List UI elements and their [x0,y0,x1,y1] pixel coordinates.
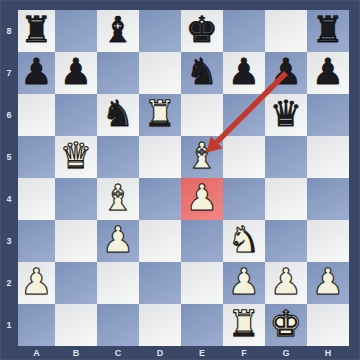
square-c8[interactable]: ♝ [97,10,139,52]
square-h2[interactable]: ♟ [307,262,349,304]
white-bishop[interactable]: ♝ [102,180,134,216]
square-d4[interactable] [139,178,181,220]
square-h7[interactable]: ♟ [307,52,349,94]
file-label-f: F [223,346,265,360]
white-pawn[interactable]: ♟ [312,264,344,300]
file-label-c: C [97,346,139,360]
black-queen[interactable]: ♛ [270,96,302,132]
black-king[interactable]: ♚ [186,12,218,48]
rank-label-5: 5 [0,136,18,178]
black-pawn[interactable]: ♟ [60,54,92,90]
square-b2[interactable] [55,262,97,304]
black-knight[interactable]: ♞ [102,96,134,132]
file-label-a: A [18,346,55,360]
square-e1[interactable] [181,304,223,346]
square-b1[interactable] [55,304,97,346]
rank-labels: 8 7 6 5 4 3 2 1 [0,10,18,346]
square-f1[interactable]: ♜ [223,304,265,346]
square-h4[interactable] [307,178,349,220]
chess-board[interactable]: ♜♝♚♜♟♟♞♟♟♟♞♜♛♛♝♝♟♟♞♟♟♟♟♜♚ [18,10,349,346]
black-pawn[interactable]: ♟ [20,54,52,90]
square-a8[interactable]: ♜ [18,10,55,52]
rank-label-3: 3 [0,220,18,262]
square-b7[interactable]: ♟ [55,52,97,94]
square-h1[interactable] [307,304,349,346]
square-g4[interactable] [265,178,307,220]
square-c1[interactable] [97,304,139,346]
square-d1[interactable] [139,304,181,346]
square-f2[interactable]: ♟ [223,262,265,304]
square-b8[interactable] [55,10,97,52]
square-f3[interactable]: ♞ [223,220,265,262]
file-label-d: D [139,346,181,360]
square-c2[interactable] [97,262,139,304]
square-e2[interactable] [181,262,223,304]
square-b5[interactable]: ♛ [55,136,97,178]
white-pawn[interactable]: ♟ [186,180,218,216]
white-pawn[interactable]: ♟ [270,264,302,300]
square-a2[interactable]: ♟ [18,262,55,304]
rank-label-7: 7 [0,52,18,94]
square-e3[interactable] [181,220,223,262]
rank-label-6: 6 [0,94,18,136]
white-queen[interactable]: ♛ [60,138,92,174]
square-f7[interactable]: ♟ [223,52,265,94]
white-rook[interactable]: ♜ [228,306,260,342]
black-rook[interactable]: ♜ [20,12,52,48]
square-g5[interactable] [265,136,307,178]
black-pawn[interactable]: ♟ [228,54,260,90]
white-pawn[interactable]: ♟ [20,264,52,300]
square-c6[interactable]: ♞ [97,94,139,136]
rank-label-1: 1 [0,304,18,346]
square-b6[interactable] [55,94,97,136]
square-a7[interactable]: ♟ [18,52,55,94]
square-e4[interactable]: ♟ [181,178,223,220]
white-pawn[interactable]: ♟ [102,222,134,258]
square-d5[interactable] [139,136,181,178]
square-c3[interactable]: ♟ [97,220,139,262]
square-c5[interactable] [97,136,139,178]
square-d6[interactable]: ♜ [139,94,181,136]
black-bishop[interactable]: ♝ [102,12,134,48]
black-pawn[interactable]: ♟ [270,54,302,90]
square-h6[interactable] [307,94,349,136]
square-h3[interactable] [307,220,349,262]
square-a6[interactable] [18,94,55,136]
square-h5[interactable] [307,136,349,178]
square-d7[interactable] [139,52,181,94]
square-a5[interactable] [18,136,55,178]
square-f8[interactable] [223,10,265,52]
square-g8[interactable] [265,10,307,52]
rank-label-4: 4 [0,178,18,220]
white-pawn[interactable]: ♟ [228,264,260,300]
square-d2[interactable] [139,262,181,304]
square-g1[interactable]: ♚ [265,304,307,346]
square-e8[interactable]: ♚ [181,10,223,52]
square-g2[interactable]: ♟ [265,262,307,304]
square-f5[interactable] [223,136,265,178]
square-g7[interactable]: ♟ [265,52,307,94]
square-b4[interactable] [55,178,97,220]
square-b3[interactable] [55,220,97,262]
square-g3[interactable] [265,220,307,262]
square-d8[interactable] [139,10,181,52]
square-e7[interactable]: ♞ [181,52,223,94]
white-bishop[interactable]: ♝ [186,138,218,174]
chess-board-frame: 8 7 6 5 4 3 2 1 ♜♝♚♜♟♟♞♟♟♟♞♜♛♛♝♝♟♟♞♟♟♟♟♜… [0,0,360,360]
white-rook[interactable]: ♜ [144,96,176,132]
square-g6[interactable]: ♛ [265,94,307,136]
square-f6[interactable] [223,94,265,136]
square-f4[interactable] [223,178,265,220]
white-knight[interactable]: ♞ [228,222,260,258]
file-label-h: H [307,346,349,360]
square-a1[interactable] [18,304,55,346]
square-c4[interactable]: ♝ [97,178,139,220]
black-pawn[interactable]: ♟ [312,54,344,90]
square-c7[interactable] [97,52,139,94]
square-d3[interactable] [139,220,181,262]
file-labels: A B C D E F G H [18,346,349,360]
square-e6[interactable] [181,94,223,136]
black-knight[interactable]: ♞ [186,54,218,90]
square-a3[interactable] [18,220,55,262]
rank-label-2: 2 [0,262,18,304]
file-label-b: B [55,346,97,360]
black-rook[interactable]: ♜ [312,12,344,48]
file-label-e: E [181,346,223,360]
white-king[interactable]: ♚ [270,306,302,342]
square-e5[interactable]: ♝ [181,136,223,178]
file-label-g: G [265,346,307,360]
rank-label-8: 8 [0,10,18,52]
square-h8[interactable]: ♜ [307,10,349,52]
square-a4[interactable] [18,178,55,220]
